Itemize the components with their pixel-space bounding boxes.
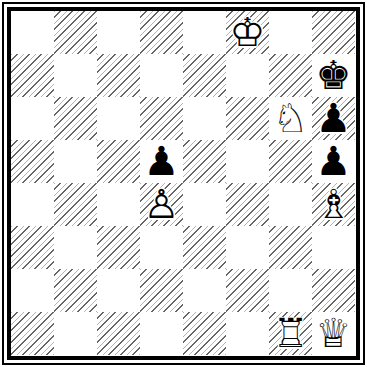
square-g4[interactable]	[269, 183, 312, 226]
square-c4[interactable]	[97, 183, 140, 226]
square-a8[interactable]	[11, 11, 54, 54]
square-g3[interactable]	[269, 226, 312, 269]
black-king-fill: ♚	[312, 54, 355, 97]
white-bishop-icon: ♗	[312, 183, 355, 226]
square-h4[interactable]: ♝♗	[312, 183, 355, 226]
square-c7[interactable]	[97, 54, 140, 97]
square-e2[interactable]	[183, 269, 226, 312]
square-f8[interactable]: ♚♔	[226, 11, 269, 54]
square-c1[interactable]	[97, 312, 140, 355]
black-pawn-fill: ♟	[312, 97, 355, 140]
white-rook-icon: ♖	[269, 312, 312, 355]
square-g7[interactable]	[269, 54, 312, 97]
board-inner-frame: ♚♔♚♚♞♘♟♟♟♟♟♟♟♙♝♗♜♖♛♕	[7, 7, 360, 360]
square-b1[interactable]	[54, 312, 97, 355]
white-knight-fill: ♞	[269, 97, 312, 140]
white-pawn-fill: ♟	[140, 183, 183, 226]
square-d8[interactable]	[140, 11, 183, 54]
square-a3[interactable]	[11, 226, 54, 269]
square-f6[interactable]	[226, 97, 269, 140]
square-f4[interactable]	[226, 183, 269, 226]
square-f5[interactable]	[226, 140, 269, 183]
square-d3[interactable]	[140, 226, 183, 269]
chess-board: ♚♔♚♚♞♘♟♟♟♟♟♟♟♙♝♗♜♖♛♕	[11, 11, 355, 355]
black-pawn-icon: ♟	[312, 140, 355, 183]
square-e7[interactable]	[183, 54, 226, 97]
black-pawn-fill: ♟	[140, 140, 183, 183]
white-king-fill: ♚	[226, 11, 269, 54]
square-b6[interactable]	[54, 97, 97, 140]
square-d7[interactable]	[140, 54, 183, 97]
square-g2[interactable]	[269, 269, 312, 312]
square-h2[interactable]	[312, 269, 355, 312]
square-f1[interactable]	[226, 312, 269, 355]
chess-diagram: ♚♔♚♚♞♘♟♟♟♟♟♟♟♙♝♗♜♖♛♕	[0, 0, 367, 367]
square-h8[interactable]	[312, 11, 355, 54]
square-f7[interactable]	[226, 54, 269, 97]
board-outer-frame: ♚♔♚♚♞♘♟♟♟♟♟♟♟♙♝♗♜♖♛♕	[2, 2, 365, 365]
white-queen-fill: ♛	[312, 312, 355, 355]
square-g8[interactable]	[269, 11, 312, 54]
square-e6[interactable]	[183, 97, 226, 140]
square-a2[interactable]	[11, 269, 54, 312]
square-e4[interactable]	[183, 183, 226, 226]
white-king-icon: ♔	[226, 11, 269, 54]
square-c2[interactable]	[97, 269, 140, 312]
white-knight-icon: ♘	[269, 97, 312, 140]
white-pawn-icon: ♙	[140, 183, 183, 226]
square-d6[interactable]	[140, 97, 183, 140]
square-h1[interactable]: ♛♕	[312, 312, 355, 355]
square-g1[interactable]: ♜♖	[269, 312, 312, 355]
square-a7[interactable]	[11, 54, 54, 97]
square-g6[interactable]: ♞♘	[269, 97, 312, 140]
square-b3[interactable]	[54, 226, 97, 269]
square-e8[interactable]	[183, 11, 226, 54]
square-h6[interactable]: ♟♟	[312, 97, 355, 140]
black-king-icon: ♚	[312, 54, 355, 97]
black-pawn-icon: ♟	[140, 140, 183, 183]
white-queen-icon: ♕	[312, 312, 355, 355]
square-f2[interactable]	[226, 269, 269, 312]
square-c6[interactable]	[97, 97, 140, 140]
square-c3[interactable]	[97, 226, 140, 269]
square-b2[interactable]	[54, 269, 97, 312]
square-e1[interactable]	[183, 312, 226, 355]
square-g5[interactable]	[269, 140, 312, 183]
square-a5[interactable]	[11, 140, 54, 183]
square-e3[interactable]	[183, 226, 226, 269]
square-b5[interactable]	[54, 140, 97, 183]
white-bishop-fill: ♝	[312, 183, 355, 226]
square-a6[interactable]	[11, 97, 54, 140]
black-pawn-fill: ♟	[312, 140, 355, 183]
square-d2[interactable]	[140, 269, 183, 312]
square-b4[interactable]	[54, 183, 97, 226]
square-a1[interactable]	[11, 312, 54, 355]
square-e5[interactable]	[183, 140, 226, 183]
square-d5[interactable]: ♟♟	[140, 140, 183, 183]
square-d1[interactable]	[140, 312, 183, 355]
square-c8[interactable]	[97, 11, 140, 54]
square-h7[interactable]: ♚♚	[312, 54, 355, 97]
square-a4[interactable]	[11, 183, 54, 226]
square-d4[interactable]: ♟♙	[140, 183, 183, 226]
square-b8[interactable]	[54, 11, 97, 54]
square-c5[interactable]	[97, 140, 140, 183]
square-f3[interactable]	[226, 226, 269, 269]
square-h3[interactable]	[312, 226, 355, 269]
square-b7[interactable]	[54, 54, 97, 97]
black-pawn-icon: ♟	[312, 97, 355, 140]
square-h5[interactable]: ♟♟	[312, 140, 355, 183]
white-rook-fill: ♜	[269, 312, 312, 355]
